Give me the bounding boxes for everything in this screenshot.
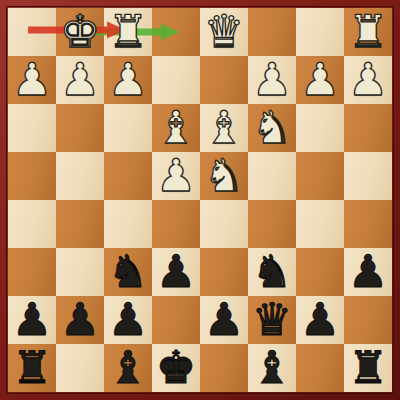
- square-d7: [200, 296, 248, 344]
- square-f5: [104, 200, 152, 248]
- square-e7: [152, 296, 200, 344]
- square-f2: [104, 56, 152, 104]
- chess-board: [8, 8, 392, 392]
- square-f1: [104, 8, 152, 56]
- square-e2: [152, 56, 200, 104]
- square-b4: [296, 152, 344, 200]
- square-e5: [152, 200, 200, 248]
- square-b6: [296, 248, 344, 296]
- square-d1: [200, 8, 248, 56]
- square-d6: [200, 248, 248, 296]
- square-c4: [248, 152, 296, 200]
- square-a2: [344, 56, 392, 104]
- square-e8: [152, 344, 200, 392]
- square-d2: [200, 56, 248, 104]
- square-b3: [296, 104, 344, 152]
- square-e1: [152, 8, 200, 56]
- square-d3: [200, 104, 248, 152]
- chess-board-frame: ♚♜♛♜♟♟♟♟♟♟♝♝♞♟♞♞♟♞♟♟♟♟♟♛♟♜♝♚♝♜: [0, 0, 400, 400]
- square-h5: [8, 200, 56, 248]
- square-g8: [56, 344, 104, 392]
- square-c5: [248, 200, 296, 248]
- square-f8: [104, 344, 152, 392]
- square-g1: [56, 8, 104, 56]
- square-g5: [56, 200, 104, 248]
- square-b5: [296, 200, 344, 248]
- square-h7: [8, 296, 56, 344]
- square-h8: [8, 344, 56, 392]
- square-a6: [344, 248, 392, 296]
- square-h3: [8, 104, 56, 152]
- square-a1: [344, 8, 392, 56]
- square-e6: [152, 248, 200, 296]
- square-g7: [56, 296, 104, 344]
- square-c2: [248, 56, 296, 104]
- square-a7: [344, 296, 392, 344]
- square-g6: [56, 248, 104, 296]
- square-c7: [248, 296, 296, 344]
- square-d5: [200, 200, 248, 248]
- square-h1: [8, 8, 56, 56]
- square-d4: [200, 152, 248, 200]
- square-a8: [344, 344, 392, 392]
- square-a3: [344, 104, 392, 152]
- square-g3: [56, 104, 104, 152]
- square-c8: [248, 344, 296, 392]
- square-h6: [8, 248, 56, 296]
- square-b1: [296, 8, 344, 56]
- square-g2: [56, 56, 104, 104]
- square-b7: [296, 296, 344, 344]
- square-h2: [8, 56, 56, 104]
- square-b8: [296, 344, 344, 392]
- square-h4: [8, 152, 56, 200]
- square-f3: [104, 104, 152, 152]
- square-d8: [200, 344, 248, 392]
- square-c6: [248, 248, 296, 296]
- square-b2: [296, 56, 344, 104]
- square-a5: [344, 200, 392, 248]
- square-g4: [56, 152, 104, 200]
- square-f4: [104, 152, 152, 200]
- square-c1: [248, 8, 296, 56]
- square-a4: [344, 152, 392, 200]
- square-f7: [104, 296, 152, 344]
- square-c3: [248, 104, 296, 152]
- square-e3: [152, 104, 200, 152]
- square-f6: [104, 248, 152, 296]
- square-e4: [152, 152, 200, 200]
